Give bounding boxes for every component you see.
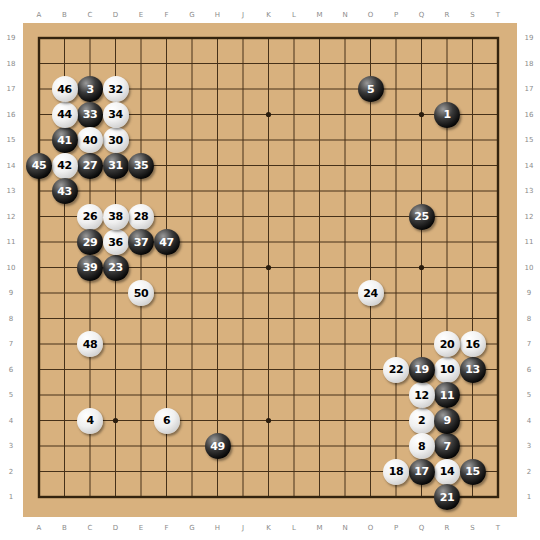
col-label-top: M — [316, 12, 322, 19]
stone-white-B17[interactable]: 46 — [52, 76, 78, 102]
row-label-right: 14 — [525, 162, 534, 169]
stone-black-C11[interactable]: 29 — [77, 229, 103, 255]
col-label-top: T — [496, 12, 500, 19]
stone-white-C4[interactable]: 4 — [77, 408, 103, 434]
row-label-right: 11 — [525, 239, 534, 246]
stone-black-C16[interactable]: 33 — [77, 102, 103, 128]
col-label-top: G — [189, 12, 194, 19]
stone-white-D12[interactable]: 38 — [103, 204, 129, 230]
row-label-left: 3 — [9, 443, 13, 450]
col-label-top: D — [113, 12, 118, 19]
row-label-left: 2 — [9, 468, 13, 475]
go-board-diagram: 1234567891011121314151617181920212223242… — [0, 0, 540, 540]
col-label-top: Q — [419, 12, 425, 19]
row-label-right: 2 — [527, 468, 531, 475]
row-label-right: 5 — [527, 392, 531, 399]
row-label-left: 12 — [7, 213, 16, 220]
col-label-bottom: B — [62, 525, 67, 532]
col-label-bottom: Q — [419, 525, 425, 532]
row-label-left: 11 — [7, 239, 16, 246]
row-label-right: 4 — [527, 417, 531, 424]
col-label-top: S — [470, 12, 474, 19]
row-label-right: 13 — [525, 188, 534, 195]
stone-white-B14[interactable]: 42 — [52, 153, 78, 179]
row-label-left: 9 — [9, 290, 13, 297]
col-label-top: A — [37, 12, 42, 19]
col-label-bottom: M — [316, 525, 322, 532]
col-label-top: J — [242, 12, 244, 19]
stone-black-D10[interactable]: 23 — [103, 255, 129, 281]
stone-black-A14[interactable]: 45 — [26, 153, 52, 179]
col-label-top: H — [215, 12, 220, 19]
col-label-bottom: K — [266, 525, 271, 532]
col-label-top: C — [88, 12, 93, 19]
row-label-left: 5 — [9, 392, 13, 399]
stone-white-D11[interactable]: 36 — [103, 229, 129, 255]
stone-white-P2[interactable]: 18 — [383, 459, 409, 485]
stone-black-Q12[interactable]: 25 — [409, 204, 435, 230]
col-label-top: L — [292, 12, 296, 19]
stone-white-R2[interactable]: 14 — [434, 459, 460, 485]
col-label-top: P — [394, 12, 398, 19]
stone-black-E14[interactable]: 35 — [128, 153, 154, 179]
stone-white-E9[interactable]: 50 — [128, 280, 154, 306]
row-label-right: 9 — [527, 290, 531, 297]
col-label-bottom: T — [496, 525, 500, 532]
row-label-left: 4 — [9, 417, 13, 424]
stone-white-E12[interactable]: 28 — [128, 204, 154, 230]
row-label-right: 18 — [525, 60, 534, 67]
col-label-bottom: A — [37, 525, 42, 532]
stone-black-E11[interactable]: 37 — [128, 229, 154, 255]
stone-black-R1[interactable]: 21 — [434, 484, 460, 510]
row-label-left: 1 — [9, 494, 13, 501]
stone-white-D16[interactable]: 34 — [103, 102, 129, 128]
stone-black-C14[interactable]: 27 — [77, 153, 103, 179]
stone-white-S7[interactable]: 16 — [460, 331, 486, 357]
stone-black-H3[interactable]: 49 — [205, 433, 231, 459]
row-label-right: 12 — [525, 213, 534, 220]
row-label-right: 17 — [525, 86, 534, 93]
row-label-left: 17 — [7, 86, 16, 93]
stone-black-D14[interactable]: 31 — [103, 153, 129, 179]
col-label-bottom: L — [292, 525, 296, 532]
stone-black-R3[interactable]: 7 — [434, 433, 460, 459]
row-label-left: 7 — [9, 341, 13, 348]
stone-black-B15[interactable]: 41 — [52, 127, 78, 153]
stone-black-Q2[interactable]: 17 — [409, 459, 435, 485]
col-label-bottom: F — [164, 525, 168, 532]
row-label-right: 16 — [525, 111, 534, 118]
row-label-right: 3 — [527, 443, 531, 450]
row-label-left: 13 — [7, 188, 16, 195]
stone-black-R5[interactable]: 11 — [434, 382, 460, 408]
stone-black-S2[interactable]: 15 — [460, 459, 486, 485]
stone-black-S6[interactable]: 13 — [460, 357, 486, 383]
col-label-bottom: R — [445, 525, 450, 532]
col-label-top: O — [368, 12, 374, 19]
stone-black-B13[interactable]: 43 — [52, 178, 78, 204]
row-label-left: 6 — [9, 366, 13, 373]
row-label-right: 7 — [527, 341, 531, 348]
row-label-left: 15 — [7, 137, 16, 144]
stone-white-O9[interactable]: 24 — [358, 280, 384, 306]
row-label-left: 18 — [7, 60, 16, 67]
stone-white-R7[interactable]: 20 — [434, 331, 460, 357]
col-label-bottom: G — [189, 525, 194, 532]
go-board[interactable]: 1234567891011121314151617181920212223242… — [23, 23, 517, 517]
col-label-bottom: D — [113, 525, 118, 532]
stone-white-Q4[interactable]: 2 — [409, 408, 435, 434]
col-label-bottom: N — [342, 525, 347, 532]
col-label-bottom: C — [88, 525, 93, 532]
row-label-left: 10 — [7, 264, 16, 271]
col-label-bottom: S — [470, 525, 474, 532]
stone-black-F11[interactable]: 47 — [154, 229, 180, 255]
stone-black-R4[interactable]: 9 — [434, 408, 460, 434]
stone-white-C12[interactable]: 26 — [77, 204, 103, 230]
stone-white-D15[interactable]: 30 — [103, 127, 129, 153]
stone-white-P6[interactable]: 22 — [383, 357, 409, 383]
stone-white-F4[interactable]: 6 — [154, 408, 180, 434]
row-label-right: 15 — [525, 137, 534, 144]
stone-black-O17[interactable]: 5 — [358, 76, 384, 102]
col-label-top: F — [164, 12, 168, 19]
col-label-top: K — [266, 12, 271, 19]
row-label-right: 1 — [527, 494, 531, 501]
stone-white-Q3[interactable]: 8 — [409, 433, 435, 459]
row-label-right: 19 — [525, 35, 534, 42]
stone-white-D17[interactable]: 32 — [103, 76, 129, 102]
col-label-bottom: J — [242, 525, 244, 532]
stone-white-C7[interactable]: 48 — [77, 331, 103, 357]
col-label-top: B — [62, 12, 67, 19]
col-label-top: E — [139, 12, 143, 19]
stone-black-C17[interactable]: 3 — [77, 76, 103, 102]
stone-black-C10[interactable]: 39 — [77, 255, 103, 281]
row-label-left: 16 — [7, 111, 16, 118]
stone-white-C15[interactable]: 40 — [77, 127, 103, 153]
row-label-right: 10 — [525, 264, 534, 271]
col-label-bottom: H — [215, 525, 220, 532]
stones-layer: 1234567891011121314151617181920212223242… — [23, 23, 517, 517]
row-label-left: 14 — [7, 162, 16, 169]
stone-white-B16[interactable]: 44 — [52, 102, 78, 128]
row-label-left: 8 — [9, 315, 13, 322]
col-label-bottom: E — [139, 525, 143, 532]
col-label-bottom: P — [394, 525, 398, 532]
stone-black-R16[interactable]: 1 — [434, 102, 460, 128]
row-label-left: 19 — [7, 35, 16, 42]
row-label-right: 8 — [527, 315, 531, 322]
stone-black-Q6[interactable]: 19 — [409, 357, 435, 383]
col-label-top: N — [342, 12, 347, 19]
stone-white-R6[interactable]: 10 — [434, 357, 460, 383]
col-label-top: R — [445, 12, 450, 19]
row-label-right: 6 — [527, 366, 531, 373]
col-label-bottom: O — [368, 525, 374, 532]
stone-white-Q5[interactable]: 12 — [409, 382, 435, 408]
